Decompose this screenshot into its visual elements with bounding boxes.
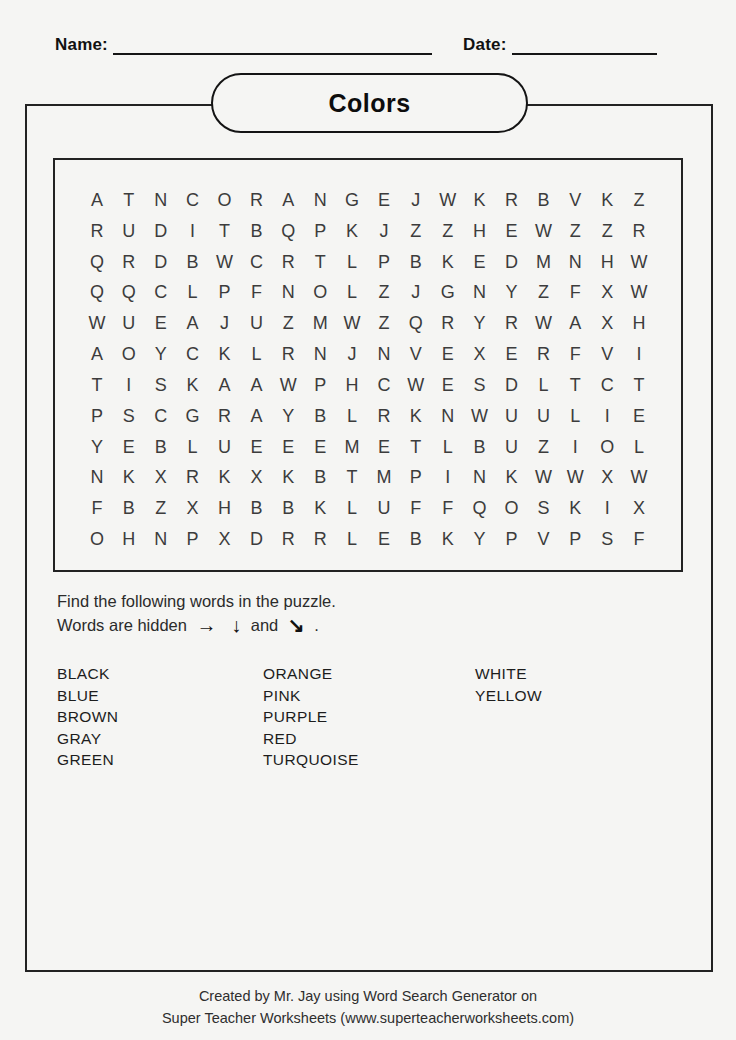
grid-cell: W [81,308,113,339]
grid-cell: N [464,463,496,494]
grid-cell: M [527,247,559,278]
grid-cell: U [240,308,272,339]
grid-cell: Y [145,339,177,370]
grid-cell: K [113,463,145,494]
grid-cell: O [113,339,145,370]
grid-cell: T [209,216,241,247]
footer-line1: Created by Mr. Jay using Word Search Gen… [0,985,736,1007]
grid-cell: B [240,216,272,247]
grid-cell: D [496,370,528,401]
grid-cell: L [623,432,655,463]
grid-cell: E [368,524,400,555]
grid-cell: Z [527,278,559,309]
grid-cell: E [272,432,304,463]
grid-cell: A [240,370,272,401]
grid-cell: L [527,370,559,401]
date-label: Date: [463,35,507,55]
grid-cell: N [304,339,336,370]
grid-cell: K [432,524,464,555]
grid-cell: O [304,278,336,309]
grid-cell: U [496,401,528,432]
grid-cell: B [304,401,336,432]
grid-cell: W [464,401,496,432]
grid-cell: N [368,339,400,370]
grid-cell: T [400,432,432,463]
grid-cell: C [177,185,209,216]
grid-cell: T [304,247,336,278]
grid-cell: M [304,308,336,339]
grid-cell: E [432,370,464,401]
grid-cell: R [304,524,336,555]
grid-cell: X [591,463,623,494]
grid-cell: H [464,216,496,247]
grid-cell: K [432,247,464,278]
grid-cell: Q [113,278,145,309]
word-list-item: WHITE [475,663,542,685]
grid-cell: G [177,401,209,432]
grid-cell: R [209,401,241,432]
grid-cell: Z [559,216,591,247]
grid-cell: R [81,216,113,247]
grid-cell: X [464,339,496,370]
grid-cell: L [336,524,368,555]
grid-cell: L [559,401,591,432]
grid-cell: P [304,216,336,247]
word-list-item: YELLOW [475,685,542,707]
grid-cell: U [209,432,241,463]
grid-cell: E [113,432,145,463]
grid-cell: K [336,216,368,247]
word-list-item: BLUE [57,685,263,707]
grid-cell: M [336,432,368,463]
grid-cell: K [177,370,209,401]
grid-cell: R [623,216,655,247]
grid-cell: K [464,185,496,216]
grid-cell: U [527,401,559,432]
grid-cell: E [368,185,400,216]
grid-cell: R [496,185,528,216]
grid-cell: P [496,524,528,555]
grid-cell: W [559,463,591,494]
grid-cell: N [464,278,496,309]
grid-cell: R [368,401,400,432]
grid-cell: R [496,308,528,339]
grid-cell: S [113,401,145,432]
grid-cell: I [559,432,591,463]
grid-cell: V [400,339,432,370]
grid-cell: R [240,185,272,216]
instructions-line2-prefix: Words are hidden [57,616,187,634]
grid-cell: L [336,278,368,309]
grid-cell: S [591,524,623,555]
grid-cell: X [177,493,209,524]
grid-cell: E [240,432,272,463]
grid-cell: H [209,493,241,524]
grid-cell: L [432,432,464,463]
grid-cell: F [623,524,655,555]
grid-cell: S [145,370,177,401]
grid-cell: C [145,401,177,432]
grid-cell: B [240,493,272,524]
grid-cell: B [272,493,304,524]
grid-cell: U [496,432,528,463]
word-list-column-2: ORANGEPINKPURPLEREDTURQUOISE [263,663,475,771]
grid-cell: W [432,185,464,216]
grid-cell: R [272,339,304,370]
grid-cell: H [336,370,368,401]
grid-cell: K [559,493,591,524]
grid-cell: V [591,339,623,370]
grid-cell: N [559,247,591,278]
grid-cell: J [209,308,241,339]
grid-cell: Z [368,278,400,309]
grid-cell: W [623,463,655,494]
grid-cell: C [368,370,400,401]
word-list-item: BLACK [57,663,263,685]
grid-cell: M [368,463,400,494]
grid-cell: A [81,185,113,216]
grid-cell: B [304,463,336,494]
grid-cell: P [368,247,400,278]
grid-cell: T [81,370,113,401]
grid-cell: R [272,524,304,555]
grid-cell: P [81,401,113,432]
grid-cell: O [209,185,241,216]
grid-cell: E [496,339,528,370]
grid-cell: T [113,185,145,216]
grid-cell: K [496,463,528,494]
grid-cell: E [304,432,336,463]
grid-cell: X [209,524,241,555]
grid-cell: D [496,247,528,278]
grid-cell: K [400,401,432,432]
grid-cell: B [400,524,432,555]
grid-cell: X [591,278,623,309]
grid-cell: O [591,432,623,463]
name-field: Name: [55,34,432,55]
grid-cell: B [113,493,145,524]
grid-cell: C [145,278,177,309]
name-label: Name: [55,35,108,55]
instructions-line2: Words are hidden → ↓ and ↘ . [57,613,336,637]
grid-cell: W [623,278,655,309]
grid-cell: W [272,370,304,401]
grid-cell: Q [81,278,113,309]
grid-cell: F [432,493,464,524]
grid-cell: K [591,185,623,216]
grid-cell: S [527,493,559,524]
grid-cell: Z [145,493,177,524]
grid-cell: X [240,463,272,494]
grid-cell: K [209,339,241,370]
grid-cell: I [177,216,209,247]
grid-cell: U [368,493,400,524]
word-list-item: GREEN [57,749,263,771]
grid-cell: R [272,247,304,278]
grid-cell: D [240,524,272,555]
arrow-down-icon: ↓ [231,614,241,636]
instructions: Find the following words in the puzzle. … [57,590,336,637]
grid-cell: Q [400,308,432,339]
grid-cell: Y [464,524,496,555]
grid-cell: Q [272,216,304,247]
grid-cell: J [400,278,432,309]
grid-cell: P [400,463,432,494]
grid-cell: F [240,278,272,309]
grid-cell: U [113,216,145,247]
grid-cell: Z [432,216,464,247]
word-list-item: BROWN [57,706,263,728]
grid-cell: B [400,247,432,278]
grid-cell: F [559,339,591,370]
grid-cell: A [559,308,591,339]
grid-cell: Z [591,216,623,247]
grid-cell: W [336,308,368,339]
word-list-item: PURPLE [263,706,475,728]
grid-cell: R [527,339,559,370]
letter-grid: ATNCORANGEJWKRBVKZRUDITBQPKJZZHEWZZRQRDB… [55,160,681,570]
date-blank-line [512,34,657,55]
grid-cell: P [559,524,591,555]
footer-line2: Super Teacher Worksheets (www.superteach… [0,1007,736,1029]
grid-cell: C [591,370,623,401]
grid-cell: W [527,308,559,339]
grid-cell: N [272,278,304,309]
grid-cell: X [623,493,655,524]
grid-cell: U [113,308,145,339]
footer: Created by Mr. Jay using Word Search Gen… [0,985,736,1029]
word-list-item: TURQUOISE [263,749,475,771]
grid-cell: B [177,247,209,278]
grid-cell: C [177,339,209,370]
grid-cell: F [400,493,432,524]
grid-cell: A [81,339,113,370]
grid-cell: D [145,216,177,247]
grid-cell: W [400,370,432,401]
instructions-period: . [314,616,319,634]
grid-cell: Y [464,308,496,339]
grid-cell: T [559,370,591,401]
grid-cell: Z [272,308,304,339]
grid-cell: J [336,339,368,370]
grid-cell: Y [272,401,304,432]
grid-cell: V [559,185,591,216]
name-blank-line [113,34,432,55]
page-title: Colors [328,89,410,118]
grid-cell: Y [496,278,528,309]
grid-cell: L [177,278,209,309]
grid-cell: R [432,308,464,339]
title-banner: Colors [211,73,528,133]
instructions-and-word: and [251,616,279,634]
instructions-line1: Find the following words in the puzzle. [57,590,336,613]
grid-cell: A [240,401,272,432]
grid-cell: V [527,524,559,555]
grid-cell: L [177,432,209,463]
grid-cell: B [145,432,177,463]
grid-cell: B [464,432,496,463]
grid-cell: E [368,432,400,463]
arrow-down-right-icon: ↘ [288,614,305,636]
grid-cell: C [240,247,272,278]
word-list-column-3: WHITEYELLOW [475,663,542,771]
grid-cell: E [623,401,655,432]
grid-cell: E [464,247,496,278]
grid-cell: I [432,463,464,494]
grid-cell: H [623,308,655,339]
grid-cell: N [304,185,336,216]
grid-cell: E [432,339,464,370]
grid-cell: S [464,370,496,401]
grid-cell: A [209,370,241,401]
grid-cell: Z [400,216,432,247]
grid-cell: N [145,524,177,555]
grid-cell: B [527,185,559,216]
grid-cell: X [591,308,623,339]
grid-cell: I [113,370,145,401]
grid-cell: L [336,247,368,278]
grid-cell: G [432,278,464,309]
grid-cell: I [623,339,655,370]
word-list-item: GRAY [57,728,263,750]
grid-cell: K [209,463,241,494]
grid-cell: N [145,185,177,216]
grid-cell: G [336,185,368,216]
grid-cell: E [496,216,528,247]
word-list-item: PINK [263,685,475,707]
date-field: Date: [463,34,657,55]
arrow-right-icon: → [197,614,217,636]
grid-cell: W [527,463,559,494]
grid-cell: L [336,401,368,432]
grid-cell: T [623,370,655,401]
grid-cell: W [209,247,241,278]
grid-cell: Z [623,185,655,216]
grid-cell: T [336,463,368,494]
word-list-item: RED [263,728,475,750]
grid-cell: K [304,493,336,524]
grid-cell: P [177,524,209,555]
grid-cell: P [304,370,336,401]
grid-cell: Q [81,247,113,278]
grid-cell: A [272,185,304,216]
grid-cell: Y [81,432,113,463]
grid-cell: Z [368,308,400,339]
grid-cell: I [591,401,623,432]
grid-cell: N [81,463,113,494]
word-list-column-1: BLACKBLUEBROWNGRAYGREEN [57,663,263,771]
grid-cell: X [145,463,177,494]
grid-cell: R [177,463,209,494]
grid-cell: D [145,247,177,278]
grid-cell: I [591,493,623,524]
grid-cell: L [240,339,272,370]
word-list-item: ORANGE [263,663,475,685]
grid-cell: E [145,308,177,339]
puzzle-grid-box: ATNCORANGEJWKRBVKZRUDITBQPKJZZHEWZZRQRDB… [53,158,683,572]
grid-cell: W [527,216,559,247]
grid-cell: A [177,308,209,339]
grid-cell: H [591,247,623,278]
grid-cell: O [496,493,528,524]
grid-cell: N [432,401,464,432]
grid-cell: Z [527,432,559,463]
grid-cell: H [113,524,145,555]
grid-cell: F [81,493,113,524]
grid-cell: K [272,463,304,494]
grid-cell: F [559,278,591,309]
grid-cell: Q [464,493,496,524]
grid-cell: R [113,247,145,278]
grid-cell: W [623,247,655,278]
grid-cell: O [81,524,113,555]
grid-cell: J [400,185,432,216]
word-list: BLACKBLUEBROWNGRAYGREEN ORANGEPINKPURPLE… [57,663,542,771]
grid-cell: L [336,493,368,524]
grid-cell: P [209,278,241,309]
grid-cell: J [368,216,400,247]
